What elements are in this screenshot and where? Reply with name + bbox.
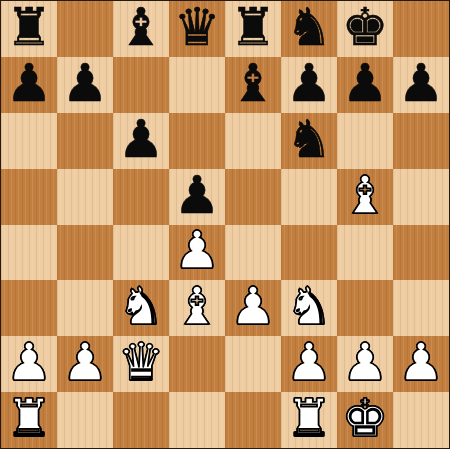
- square-f6[interactable]: ♞: [281, 113, 337, 169]
- square-a6[interactable]: [1, 113, 57, 169]
- square-e2[interactable]: [225, 336, 281, 392]
- square-e6[interactable]: [225, 113, 281, 169]
- square-h1[interactable]: [393, 392, 449, 448]
- square-e4[interactable]: [225, 225, 281, 281]
- piece-white-knight[interactable]: ♞: [118, 280, 165, 332]
- square-b4[interactable]: [57, 225, 113, 281]
- square-d6[interactable]: [169, 113, 225, 169]
- square-h7[interactable]: ♟: [393, 57, 449, 113]
- square-a7[interactable]: ♟: [1, 57, 57, 113]
- square-h4[interactable]: [393, 225, 449, 281]
- square-d8[interactable]: ♛: [169, 1, 225, 57]
- square-b7[interactable]: ♟: [57, 57, 113, 113]
- square-b8[interactable]: [57, 1, 113, 57]
- piece-white-pawn[interactable]: ♟: [6, 336, 53, 388]
- square-d2[interactable]: [169, 336, 225, 392]
- square-b5[interactable]: [57, 169, 113, 225]
- piece-white-knight[interactable]: ♞: [286, 280, 333, 332]
- chess-board-frame: ♜♝♛♜♞♚♟♟♝♟♟♟♟♞♟♝♟♞♝♟♞♟♟♛♟♟♟♜♜♚: [0, 0, 450, 449]
- square-f1[interactable]: ♜: [281, 392, 337, 448]
- square-d3[interactable]: ♝: [169, 280, 225, 336]
- square-g6[interactable]: [337, 113, 393, 169]
- piece-black-pawn[interactable]: ♟: [6, 57, 53, 109]
- square-f3[interactable]: ♞: [281, 280, 337, 336]
- piece-black-pawn[interactable]: ♟: [62, 57, 109, 109]
- square-b3[interactable]: [57, 280, 113, 336]
- square-a5[interactable]: [1, 169, 57, 225]
- piece-black-pawn[interactable]: ♟: [342, 57, 389, 109]
- piece-white-pawn[interactable]: ♟: [174, 225, 221, 277]
- piece-black-rook[interactable]: ♜: [230, 1, 277, 53]
- square-b2[interactable]: ♟: [57, 336, 113, 392]
- piece-black-knight[interactable]: ♞: [286, 113, 333, 165]
- square-g8[interactable]: ♚: [337, 1, 393, 57]
- piece-white-pawn[interactable]: ♟: [398, 336, 445, 388]
- square-g3[interactable]: [337, 280, 393, 336]
- piece-black-rook[interactable]: ♜: [6, 1, 53, 53]
- square-h8[interactable]: [393, 1, 449, 57]
- piece-white-bishop[interactable]: ♝: [174, 280, 221, 332]
- piece-white-king[interactable]: ♚: [342, 392, 389, 444]
- piece-white-pawn[interactable]: ♟: [286, 336, 333, 388]
- square-f7[interactable]: ♟: [281, 57, 337, 113]
- square-e7[interactable]: ♝: [225, 57, 281, 113]
- square-g5[interactable]: ♝: [337, 169, 393, 225]
- square-c6[interactable]: ♟: [113, 113, 169, 169]
- piece-black-bishop[interactable]: ♝: [118, 1, 165, 53]
- square-c4[interactable]: [113, 225, 169, 281]
- piece-black-pawn[interactable]: ♟: [398, 57, 445, 109]
- square-g7[interactable]: ♟: [337, 57, 393, 113]
- square-a1[interactable]: ♜: [1, 392, 57, 448]
- piece-white-pawn[interactable]: ♟: [342, 336, 389, 388]
- square-a2[interactable]: ♟: [1, 336, 57, 392]
- square-c8[interactable]: ♝: [113, 1, 169, 57]
- square-c1[interactable]: [113, 392, 169, 448]
- square-b6[interactable]: [57, 113, 113, 169]
- piece-black-bishop[interactable]: ♝: [230, 57, 277, 109]
- square-h6[interactable]: [393, 113, 449, 169]
- square-h3[interactable]: [393, 280, 449, 336]
- square-e5[interactable]: [225, 169, 281, 225]
- square-d5[interactable]: ♟: [169, 169, 225, 225]
- piece-white-rook[interactable]: ♜: [6, 392, 53, 444]
- piece-black-pawn[interactable]: ♟: [286, 57, 333, 109]
- piece-black-pawn[interactable]: ♟: [118, 113, 165, 165]
- piece-white-pawn[interactable]: ♟: [230, 280, 277, 332]
- square-e8[interactable]: ♜: [225, 1, 281, 57]
- square-a3[interactable]: [1, 280, 57, 336]
- piece-white-pawn[interactable]: ♟: [62, 336, 109, 388]
- piece-black-king[interactable]: ♚: [342, 1, 389, 53]
- chess-board: ♜♝♛♜♞♚♟♟♝♟♟♟♟♞♟♝♟♞♝♟♞♟♟♛♟♟♟♜♜♚: [1, 1, 449, 448]
- square-c2[interactable]: ♛: [113, 336, 169, 392]
- square-c5[interactable]: [113, 169, 169, 225]
- square-d1[interactable]: [169, 392, 225, 448]
- square-g4[interactable]: [337, 225, 393, 281]
- piece-white-queen[interactable]: ♛: [118, 336, 165, 388]
- square-c7[interactable]: [113, 57, 169, 113]
- square-g2[interactable]: ♟: [337, 336, 393, 392]
- square-e3[interactable]: ♟: [225, 280, 281, 336]
- square-h5[interactable]: [393, 169, 449, 225]
- piece-black-pawn[interactable]: ♟: [174, 169, 221, 221]
- square-f4[interactable]: [281, 225, 337, 281]
- square-d7[interactable]: [169, 57, 225, 113]
- square-a8[interactable]: ♜: [1, 1, 57, 57]
- square-a4[interactable]: [1, 225, 57, 281]
- square-f5[interactable]: [281, 169, 337, 225]
- piece-white-bishop[interactable]: ♝: [342, 169, 389, 221]
- square-c3[interactable]: ♞: [113, 280, 169, 336]
- piece-black-knight[interactable]: ♞: [286, 1, 333, 53]
- square-e1[interactable]: [225, 392, 281, 448]
- square-g1[interactable]: ♚: [337, 392, 393, 448]
- piece-white-rook[interactable]: ♜: [286, 392, 333, 444]
- square-d4[interactable]: ♟: [169, 225, 225, 281]
- square-f8[interactable]: ♞: [281, 1, 337, 57]
- square-h2[interactable]: ♟: [393, 336, 449, 392]
- square-b1[interactable]: [57, 392, 113, 448]
- square-f2[interactable]: ♟: [281, 336, 337, 392]
- piece-black-queen[interactable]: ♛: [174, 1, 221, 53]
